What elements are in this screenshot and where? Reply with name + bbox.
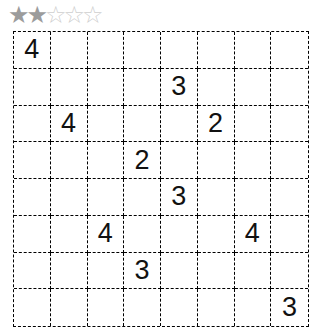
grid-cell-empty[interactable] [198,32,235,69]
grid-cell-empty[interactable] [51,289,88,326]
grid-cell-clue: 2 [198,106,235,143]
grid-cell-empty[interactable] [271,253,308,290]
grid-cell-empty[interactable] [271,106,308,143]
difficulty-stars: ★★☆☆☆ [8,0,101,30]
grid-cell-empty[interactable] [198,253,235,290]
grid-cell-empty[interactable] [88,179,125,216]
grid-cell-empty[interactable] [14,179,51,216]
star-icon-empty: ☆ [82,3,101,27]
grid-cell-empty[interactable] [235,253,272,290]
grid-cell-empty[interactable] [271,179,308,216]
grid-cell-empty[interactable] [235,69,272,106]
grid-cell-clue: 3 [161,69,198,106]
grid-cell-empty[interactable] [124,69,161,106]
grid-cell-empty[interactable] [88,142,125,179]
grid-cell-empty[interactable] [14,253,51,290]
grid-cell-empty[interactable] [14,289,51,326]
grid-cell-empty[interactable] [51,142,88,179]
grid-cell-empty[interactable] [88,32,125,69]
puzzle-screen: ★★☆☆☆ 4342234433 [0,0,316,334]
grid-cell-empty[interactable] [124,289,161,326]
grid-cell-empty[interactable] [161,32,198,69]
grid-cell-empty[interactable] [124,106,161,143]
grid-cell-empty[interactable] [88,289,125,326]
grid-cell-empty[interactable] [124,216,161,253]
grid-cell-empty[interactable] [235,32,272,69]
grid-cell-clue: 4 [235,216,272,253]
grid-cell-empty[interactable] [271,69,308,106]
grid-cell-empty[interactable] [161,216,198,253]
grid-cell-empty[interactable] [198,179,235,216]
grid-cell-empty[interactable] [235,106,272,143]
grid-cell-empty[interactable] [88,106,125,143]
grid-cell-empty[interactable] [161,106,198,143]
grid-cell-empty[interactable] [51,69,88,106]
grid-cell-empty[interactable] [88,253,125,290]
grid-cell-empty[interactable] [161,253,198,290]
grid-cell-clue: 4 [88,216,125,253]
star-icon-empty: ☆ [64,3,83,27]
grid-cell-clue: 3 [161,179,198,216]
star-icon-filled: ★ [27,3,46,27]
grid-cell-clue: 3 [271,289,308,326]
grid-cell-empty[interactable] [198,142,235,179]
grid-cell-empty[interactable] [271,142,308,179]
grid-cell-empty[interactable] [161,289,198,326]
grid-cell-empty[interactable] [14,142,51,179]
grid-cell-empty[interactable] [161,142,198,179]
grid-cell-empty[interactable] [124,179,161,216]
grid-cell-empty[interactable] [14,216,51,253]
grid-cell-empty[interactable] [14,69,51,106]
grid-cell-clue: 3 [124,253,161,290]
grid-cell-empty[interactable] [235,289,272,326]
grid-cell-clue: 2 [124,142,161,179]
grid-cell-empty[interactable] [235,179,272,216]
grid-cell-empty[interactable] [271,216,308,253]
grid-cell-empty[interactable] [124,32,161,69]
grid-cell-empty[interactable] [198,216,235,253]
grid-cell-empty[interactable] [51,32,88,69]
puzzle-grid: 4342234433 [13,31,309,327]
grid-cell-empty[interactable] [14,106,51,143]
grid-cell-empty[interactable] [198,69,235,106]
grid-cell-empty[interactable] [51,253,88,290]
grid-cell-empty[interactable] [235,142,272,179]
grid-cell-empty[interactable] [198,289,235,326]
grid-cell-empty[interactable] [51,216,88,253]
grid-cell-empty[interactable] [51,179,88,216]
grid-cell-clue: 4 [51,106,88,143]
star-icon-filled: ★ [8,3,27,27]
grid-cell-empty[interactable] [88,69,125,106]
grid-cell-clue: 4 [14,32,51,69]
star-icon-empty: ☆ [45,3,64,27]
grid-cell-empty[interactable] [271,32,308,69]
